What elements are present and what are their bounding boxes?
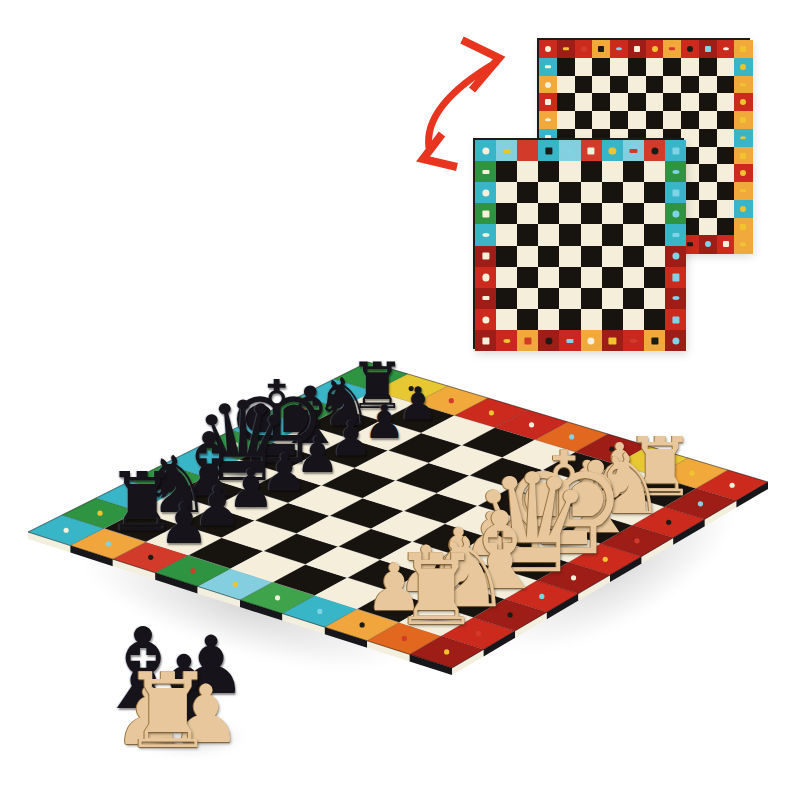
main-board-border-illustration [131,494,136,499]
main-board-border-illustration [409,386,414,391]
main-board-border-illustration [508,612,513,617]
main-board-border-illustration [165,476,170,481]
main-board-border-illustration [666,520,671,525]
main-board-border-illustration [335,391,340,396]
main-board-border-illustration [730,483,735,488]
main-board-border-illustration [569,434,574,439]
main-board-border-illustration [368,374,373,379]
main-board-border-illustration [233,442,238,447]
main-board-border-illustration [267,425,272,430]
main-board-border-illustration [360,622,365,627]
main-board-border-illustration [402,636,407,641]
main-board-border-illustration [190,568,195,573]
main-board-border-illustration [449,398,454,403]
main-board-border-illustration [529,422,534,427]
main-board-border-illustration [698,501,703,506]
product-photo-scene: ♜♟♞♟♝♟♚♟♛♟♟♜♝♟♟♞♞♟♟♜♝♟♟♚♟♛♟♝♟♞♟♜ ♟♝♟♟♟♜ [0,0,800,800]
main-board-border-illustration [609,446,614,451]
main-board-border-illustration [476,631,481,636]
main-board-border-illustration [106,541,111,546]
main-board-border-illustration [233,582,238,587]
main-board-border-illustration [444,649,449,654]
main-board-border-illustration [649,459,654,464]
main-board-border-illustration [148,555,153,560]
main-board-border-illustration [317,609,322,614]
main-board-border-illustration [97,511,102,516]
main-board-border-illustration [689,471,694,476]
main-board-border-illustration [539,594,544,599]
main-board-border-illustration [634,538,639,543]
main-board-border-illustration [199,459,204,464]
main-board-border-illustration [275,595,280,600]
main-board-border-illustration [571,575,576,580]
main-board-border-illustration [603,557,608,562]
main-board-border-illustration [64,528,69,533]
main-board-border-illustration [301,408,306,413]
main-chess-board-perspective [0,0,800,800]
main-board-border-illustration [489,410,494,415]
